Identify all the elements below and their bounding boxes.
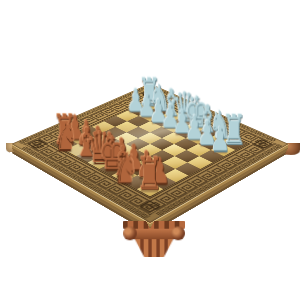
blue-pawn: ♟ <box>210 122 225 156</box>
chess-set-photo: ♜♞♝♛♚♝♞♜♟♟♟♟♟♟♟♟♟♟♟♟♟♟♟♟♜♞♝♛♚♝♞♜ <box>0 0 300 300</box>
chess-board: ♜♞♝♛♚♝♞♜♟♟♟♟♟♟♟♟♟♟♟♟♟♟♟♟♜♞♝♛♚♝♞♜ <box>11 84 288 223</box>
perspective-scene: ♜♞♝♛♚♝♞♜♟♟♟♟♟♟♟♟♟♟♟♟♟♟♟♟♜♞♝♛♚♝♞♜ <box>0 0 300 300</box>
copper-rook: ♜ <box>136 151 152 196</box>
ionic-capital-icon <box>123 221 185 258</box>
